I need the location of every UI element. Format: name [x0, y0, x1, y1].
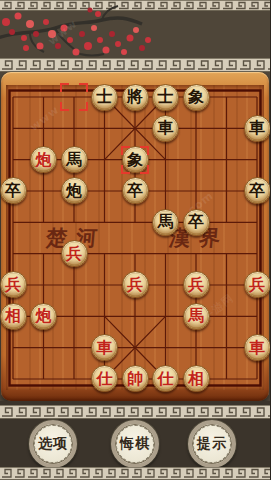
undo-button[interactable]: 悔棋 [111, 420, 159, 468]
piece-red-帥[interactable]: 帥 [122, 365, 149, 392]
piece-red-兵[interactable]: 兵 [0, 271, 27, 298]
piece-red-炮[interactable]: 炮 [30, 146, 57, 173]
meander-border-lower [0, 405, 270, 419]
piece-red-相[interactable]: 相 [0, 303, 27, 330]
piece-black-馬[interactable]: 馬 [61, 146, 88, 173]
undo-button-label: 悔棋 [120, 435, 150, 453]
piece-red-兵[interactable]: 兵 [122, 271, 149, 298]
piece-black-炮[interactable]: 炮 [61, 177, 88, 204]
piece-black-士[interactable]: 士 [91, 84, 118, 111]
piece-black-車[interactable]: 車 [244, 115, 271, 142]
piece-black-士[interactable]: 士 [152, 84, 179, 111]
hint-button[interactable]: 提示 [188, 420, 236, 468]
piece-red-馬[interactable]: 馬 [183, 303, 210, 330]
piece-black-象[interactable]: 象 [122, 146, 149, 173]
xiangqi-board[interactable]: 楚河 漢界 士將士象車車炮馬象卒炮卒卒馬卒兵兵兵兵兵相炮馬車車仕帥仕相 [1, 72, 269, 401]
piece-red-相[interactable]: 相 [183, 365, 210, 392]
piece-black-卒[interactable]: 卒 [183, 209, 210, 236]
piece-black-車[interactable]: 車 [152, 115, 179, 142]
options-button[interactable]: 选项 [29, 420, 77, 468]
meander-border-upper [0, 58, 270, 72]
meander-border-top [0, 0, 270, 11]
xiangqi-game-screen: 楚河 漢界 士將士象車車炮馬象卒炮卒卒馬卒兵兵兵兵兵相炮馬車車仕帥仕相 选项 悔… [0, 0, 270, 480]
piece-black-象[interactable]: 象 [183, 84, 210, 111]
piece-black-馬[interactable]: 馬 [152, 209, 179, 236]
piece-black-卒[interactable]: 卒 [244, 177, 271, 204]
options-button-label: 选项 [38, 435, 68, 453]
piece-red-車[interactable]: 車 [244, 334, 271, 361]
piece-red-兵[interactable]: 兵 [244, 271, 271, 298]
watermark-text: www [46, 17, 80, 48]
piece-black-將[interactable]: 將 [122, 84, 149, 111]
piece-red-兵[interactable]: 兵 [61, 240, 88, 267]
meander-border-bottom [0, 467, 270, 480]
piece-black-卒[interactable]: 卒 [122, 177, 149, 204]
piece-red-車[interactable]: 車 [91, 334, 118, 361]
plum-blossom-decoration [0, 4, 190, 60]
piece-red-兵[interactable]: 兵 [183, 271, 210, 298]
hint-button-label: 提示 [197, 435, 227, 453]
piece-black-卒[interactable]: 卒 [0, 177, 27, 204]
piece-red-炮[interactable]: 炮 [30, 303, 57, 330]
